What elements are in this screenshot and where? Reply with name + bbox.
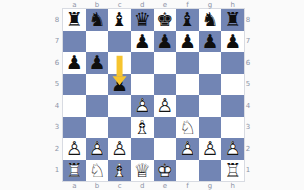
white-b-piece: ♗ [131, 117, 154, 139]
square-g7[interactable]: ♟ [199, 31, 222, 53]
square-b7[interactable] [86, 31, 109, 53]
square-a3[interactable] [63, 117, 86, 139]
white-r-piece: ♖ [63, 160, 86, 182]
rank-label-right-2: 2 [246, 145, 250, 152]
white-p-piece-fill: ♟ [86, 138, 109, 160]
black-q-piece: ♛ [131, 9, 154, 31]
white-p-piece-fill: ♟ [108, 138, 131, 160]
file-label-top-d: d [140, 1, 144, 8]
square-g2[interactable]: ♟♙ [199, 138, 222, 160]
square-h7[interactable]: ♟ [221, 31, 244, 53]
square-d4[interactable]: ♟♙ [131, 95, 154, 117]
square-c6[interactable] [108, 52, 131, 74]
black-p-piece: ♟ [154, 31, 177, 53]
square-e2[interactable] [154, 138, 177, 160]
square-h5[interactable] [221, 74, 244, 96]
white-p-piece: ♙ [176, 138, 199, 160]
file-label-top-g: g [208, 1, 212, 8]
square-a4[interactable] [63, 95, 86, 117]
square-g3[interactable] [199, 117, 222, 139]
square-a2[interactable]: ♟♙ [63, 138, 86, 160]
square-f6[interactable] [176, 52, 199, 74]
square-h3[interactable] [221, 117, 244, 139]
square-f7[interactable]: ♟ [176, 31, 199, 53]
square-e4[interactable]: ♟♙ [154, 95, 177, 117]
square-d7[interactable]: ♟ [131, 31, 154, 53]
white-r-piece-fill: ♜ [221, 160, 244, 182]
white-b-piece: ♗ [108, 160, 131, 182]
chess-board: ♜♞♝♛♚♝♞♜♟♟♟♟♟♟♟♟♟♙♟♙♝♗♞♘♟♙♟♙♟♙♟♙♟♙♟♙♜♖♞♘… [63, 9, 244, 181]
white-p-piece: ♙ [86, 138, 109, 160]
square-d5[interactable] [131, 74, 154, 96]
square-f2[interactable]: ♟♙ [176, 138, 199, 160]
square-c1[interactable]: ♝♗ [108, 160, 131, 182]
black-p-piece: ♟ [199, 31, 222, 53]
white-p-piece: ♙ [154, 95, 177, 117]
black-n-piece: ♞ [199, 9, 222, 31]
square-a8[interactable]: ♜ [63, 9, 86, 31]
white-p-piece: ♙ [199, 138, 222, 160]
white-p-piece: ♙ [63, 138, 86, 160]
square-e3[interactable] [154, 117, 177, 139]
square-e8[interactable]: ♚ [154, 9, 177, 31]
rank-label-left-4: 4 [55, 102, 59, 109]
square-h4[interactable] [221, 95, 244, 117]
black-r-piece: ♜ [221, 9, 244, 31]
rank-label-left-7: 7 [55, 38, 59, 45]
square-c5[interactable]: ♟ [108, 74, 131, 96]
file-label-top-a: a [72, 1, 76, 8]
white-n-piece-fill: ♞ [86, 160, 109, 182]
file-label-bottom-d: d [140, 182, 144, 189]
square-b2[interactable]: ♟♙ [86, 138, 109, 160]
square-f5[interactable] [176, 74, 199, 96]
square-g4[interactable] [199, 95, 222, 117]
file-label-bottom-b: b [95, 182, 99, 189]
file-label-top-e: e [163, 1, 167, 8]
white-p-piece-fill: ♟ [221, 138, 244, 160]
file-label-top-c: c [118, 1, 122, 8]
square-b8[interactable]: ♞ [86, 9, 109, 31]
square-h8[interactable]: ♜ [221, 9, 244, 31]
square-e7[interactable]: ♟ [154, 31, 177, 53]
rank-label-left-8: 8 [55, 16, 59, 23]
black-p-piece: ♟ [108, 74, 131, 96]
square-d2[interactable] [131, 138, 154, 160]
white-q-piece-fill: ♛ [131, 160, 154, 182]
square-d6[interactable] [131, 52, 154, 74]
square-c7[interactable] [108, 31, 131, 53]
white-k-piece: ♔ [154, 160, 177, 182]
square-h1[interactable]: ♜♖ [221, 160, 244, 182]
white-n-piece: ♘ [176, 117, 199, 139]
square-e5[interactable] [154, 74, 177, 96]
square-e1[interactable]: ♚♔ [154, 160, 177, 182]
white-n-piece-fill: ♞ [176, 117, 199, 139]
rank-label-right-6: 6 [246, 59, 250, 66]
square-b5[interactable] [86, 74, 109, 96]
rank-label-left-6: 6 [55, 59, 59, 66]
white-p-piece: ♙ [108, 138, 131, 160]
file-label-bottom-a: a [72, 182, 76, 189]
square-c4[interactable] [108, 95, 131, 117]
black-k-piece: ♚ [154, 9, 177, 31]
square-d1[interactable]: ♛♕ [131, 160, 154, 182]
white-r-piece-fill: ♜ [63, 160, 86, 182]
black-p-piece: ♟ [63, 52, 86, 74]
square-g8[interactable]: ♞ [199, 9, 222, 31]
black-n-piece: ♞ [86, 9, 109, 31]
rank-label-left-1: 1 [55, 167, 59, 174]
square-b1[interactable]: ♞♘ [86, 160, 109, 182]
white-n-piece: ♘ [86, 160, 109, 182]
square-e6[interactable] [154, 52, 177, 74]
white-k-piece-fill: ♚ [154, 160, 177, 182]
square-f1[interactable] [176, 160, 199, 182]
white-p-piece-fill: ♟ [63, 138, 86, 160]
square-b3[interactable] [86, 117, 109, 139]
square-a6[interactable]: ♟ [63, 52, 86, 74]
white-r-piece: ♖ [221, 160, 244, 182]
square-d8[interactable]: ♛ [131, 9, 154, 31]
file-label-bottom-c: c [118, 182, 122, 189]
white-q-piece: ♕ [131, 160, 154, 182]
white-p-piece: ♙ [221, 138, 244, 160]
rank-label-left-3: 3 [55, 124, 59, 131]
square-a5[interactable] [63, 74, 86, 96]
black-p-piece: ♟ [86, 52, 109, 74]
square-h6[interactable] [221, 52, 244, 74]
square-d3[interactable]: ♝♗ [131, 117, 154, 139]
square-b6[interactable]: ♟ [86, 52, 109, 74]
rank-label-right-5: 5 [246, 81, 250, 88]
black-p-piece: ♟ [131, 31, 154, 53]
white-p-piece-fill: ♟ [154, 95, 177, 117]
black-b-piece: ♝ [108, 9, 131, 31]
square-g1[interactable] [199, 160, 222, 182]
file-label-bottom-e: e [163, 182, 167, 189]
white-p-piece: ♙ [131, 95, 154, 117]
square-f8[interactable]: ♝ [176, 9, 199, 31]
black-p-piece: ♟ [221, 31, 244, 53]
white-b-piece-fill: ♝ [131, 117, 154, 139]
square-h2[interactable]: ♟♙ [221, 138, 244, 160]
square-b4[interactable] [86, 95, 109, 117]
square-f4[interactable] [176, 95, 199, 117]
black-r-piece: ♜ [63, 9, 86, 31]
square-c3[interactable] [108, 117, 131, 139]
black-b-piece: ♝ [176, 9, 199, 31]
square-a1[interactable]: ♜♖ [63, 160, 86, 182]
square-g5[interactable] [199, 74, 222, 96]
white-p-piece-fill: ♟ [176, 138, 199, 160]
rank-label-right-1: 1 [246, 167, 250, 174]
rank-label-right-3: 3 [246, 124, 250, 131]
rank-label-right-7: 7 [246, 38, 250, 45]
rank-label-left-5: 5 [55, 81, 59, 88]
video-frame: ♜♞♝♛♚♝♞♜♟♟♟♟♟♟♟♟♟♙♟♙♝♗♞♘♟♙♟♙♟♙♟♙♟♙♟♙♜♖♞♘… [0, 0, 304, 190]
white-p-piece-fill: ♟ [199, 138, 222, 160]
file-label-bottom-g: g [208, 182, 212, 189]
file-label-top-h: h [230, 1, 234, 8]
file-label-top-f: f [186, 1, 188, 8]
file-label-bottom-h: h [230, 182, 234, 189]
rank-label-right-8: 8 [246, 16, 250, 23]
square-g6[interactable] [199, 52, 222, 74]
black-p-piece: ♟ [176, 31, 199, 53]
white-p-piece-fill: ♟ [131, 95, 154, 117]
file-label-top-b: b [95, 1, 99, 8]
white-b-piece-fill: ♝ [108, 160, 131, 182]
square-c8[interactable]: ♝ [108, 9, 131, 31]
square-a7[interactable] [63, 31, 86, 53]
square-f3[interactable]: ♞♘ [176, 117, 199, 139]
rank-label-left-2: 2 [55, 145, 59, 152]
rank-label-right-4: 4 [246, 102, 250, 109]
file-label-bottom-f: f [186, 182, 188, 189]
square-c2[interactable]: ♟♙ [108, 138, 131, 160]
